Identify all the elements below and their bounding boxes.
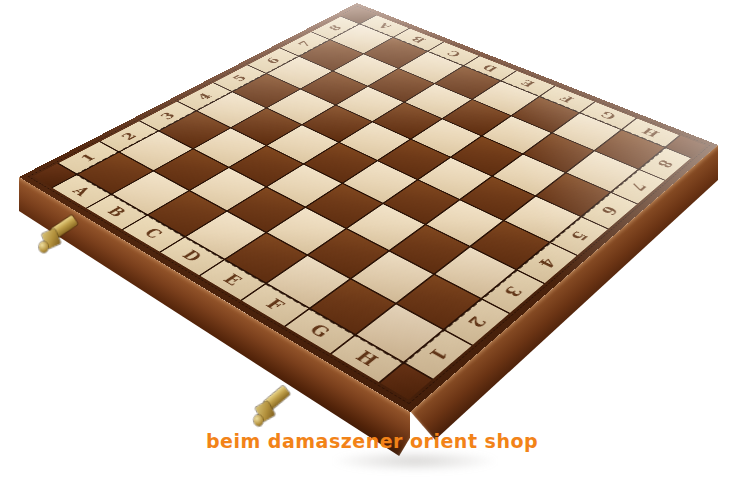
board-grid: ABCDEFGH8877665544332211ABCDEFGH [33, 8, 706, 400]
clasp-plate-icon [263, 386, 290, 411]
clasp-hook-icon [42, 229, 61, 249]
board-frame: ABCDEFGH8877665544332211ABCDEFGH [19, 3, 718, 412]
chess-board: ABCDEFGH8877665544332211ABCDEFGH [19, 3, 718, 412]
clasp-knob-icon [253, 414, 264, 427]
brass-clasp-left [34, 214, 82, 258]
clasp-knob-icon [39, 241, 49, 253]
product-photo: ABCDEFGH8877665544332211ABCDEFGH beim da… [0, 0, 730, 479]
clasp-hook-icon [255, 401, 275, 422]
clasp-plate-icon [50, 215, 78, 239]
brass-clasp-bottom [246, 384, 296, 426]
board-shadow [330, 450, 500, 472]
shop-caption: beim damaszener orient shop [7, 430, 730, 452]
